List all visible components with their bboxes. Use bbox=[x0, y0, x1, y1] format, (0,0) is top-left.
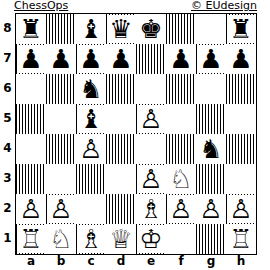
square-e6[interactable] bbox=[136, 74, 166, 104]
square-h3[interactable] bbox=[226, 164, 256, 194]
square-c2[interactable] bbox=[76, 194, 106, 224]
white-pawn: ♙ bbox=[197, 195, 224, 223]
square-a7[interactable]: ♟ bbox=[16, 44, 46, 74]
square-a5[interactable] bbox=[16, 104, 46, 134]
white-pawn: ♙ bbox=[17, 195, 44, 223]
white-king: ♔ bbox=[137, 225, 164, 253]
credit-link[interactable]: © EUdesign bbox=[191, 0, 257, 11]
square-h6[interactable] bbox=[226, 74, 256, 104]
square-c3[interactable] bbox=[76, 164, 106, 194]
square-d3[interactable] bbox=[106, 164, 136, 194]
black-king: ♚ bbox=[137, 15, 164, 43]
square-g5[interactable] bbox=[196, 104, 226, 134]
square-e4[interactable] bbox=[136, 134, 166, 164]
square-f8[interactable] bbox=[166, 14, 196, 44]
black-rook: ♜ bbox=[17, 15, 44, 43]
square-c1[interactable]: ♗ bbox=[76, 224, 106, 254]
black-knight: ♞ bbox=[197, 135, 224, 163]
white-bishop: ♗ bbox=[137, 195, 164, 223]
rank-label-6: 6 bbox=[0, 73, 15, 103]
rank-label-2: 2 bbox=[0, 193, 15, 223]
white-pawn: ♙ bbox=[137, 105, 164, 133]
square-b7[interactable]: ♟ bbox=[46, 44, 76, 74]
square-a1[interactable]: ♖ bbox=[16, 224, 46, 254]
square-b5[interactable] bbox=[46, 104, 76, 134]
file-label-f: f bbox=[166, 255, 196, 269]
square-a4[interactable] bbox=[16, 134, 46, 164]
square-h5[interactable] bbox=[226, 104, 256, 134]
black-pawn: ♟ bbox=[107, 45, 134, 73]
square-f5[interactable] bbox=[166, 104, 196, 134]
square-f3[interactable]: ♘ bbox=[166, 164, 196, 194]
square-d5[interactable] bbox=[106, 104, 136, 134]
square-c7[interactable]: ♟ bbox=[76, 44, 106, 74]
chessops-window: ChessOps © EUdesign 87654321 ♜♝♛♚♜♟♟♟♟♟♟… bbox=[0, 0, 270, 270]
square-a2[interactable]: ♙ bbox=[16, 194, 46, 224]
rank-label-3: 3 bbox=[0, 163, 15, 193]
file-labels: abcdefgh bbox=[16, 255, 256, 269]
black-knight: ♞ bbox=[77, 75, 104, 103]
black-bishop: ♝ bbox=[77, 105, 104, 133]
square-g2[interactable]: ♙ bbox=[196, 194, 226, 224]
square-a6[interactable] bbox=[16, 74, 46, 104]
square-g3[interactable] bbox=[196, 164, 226, 194]
white-bishop: ♗ bbox=[77, 225, 104, 253]
file-label-a: a bbox=[16, 255, 46, 269]
square-g8[interactable] bbox=[196, 14, 226, 44]
chess-board: ♜♝♛♚♜♟♟♟♟♟♟♟♞♝♙♙♞♙♘♙♙♗♙♙♙♖♘♗♕♔♖ bbox=[15, 13, 257, 255]
square-e5[interactable]: ♙ bbox=[136, 104, 166, 134]
square-d8[interactable]: ♛ bbox=[106, 14, 136, 44]
square-b6[interactable] bbox=[46, 74, 76, 104]
white-pawn: ♙ bbox=[227, 195, 254, 223]
square-b2[interactable]: ♙ bbox=[46, 194, 76, 224]
black-bishop: ♝ bbox=[77, 15, 104, 43]
square-b4[interactable] bbox=[46, 134, 76, 164]
square-d6[interactable] bbox=[106, 74, 136, 104]
square-h4[interactable] bbox=[226, 134, 256, 164]
square-e3[interactable]: ♙ bbox=[136, 164, 166, 194]
square-g6[interactable] bbox=[196, 74, 226, 104]
white-pawn: ♙ bbox=[137, 165, 164, 193]
header-bar: ChessOps © EUdesign bbox=[14, 0, 257, 13]
square-f2[interactable]: ♙ bbox=[166, 194, 196, 224]
square-d2[interactable] bbox=[106, 194, 136, 224]
file-label-e: e bbox=[136, 255, 166, 269]
file-label-h: h bbox=[226, 255, 256, 269]
black-pawn: ♟ bbox=[77, 45, 104, 73]
square-e8[interactable]: ♚ bbox=[136, 14, 166, 44]
square-c4[interactable]: ♙ bbox=[76, 134, 106, 164]
square-a8[interactable]: ♜ bbox=[16, 14, 46, 44]
rank-labels: 87654321 bbox=[0, 13, 15, 253]
rank-label-4: 4 bbox=[0, 133, 15, 163]
black-queen: ♛ bbox=[107, 15, 134, 43]
white-rook: ♖ bbox=[17, 225, 44, 253]
square-f7[interactable]: ♟ bbox=[166, 44, 196, 74]
square-b1[interactable]: ♘ bbox=[46, 224, 76, 254]
white-pawn: ♙ bbox=[167, 195, 194, 223]
square-f6[interactable] bbox=[166, 74, 196, 104]
square-g4[interactable]: ♞ bbox=[196, 134, 226, 164]
square-h1[interactable]: ♖ bbox=[226, 224, 256, 254]
file-label-g: g bbox=[196, 255, 226, 269]
black-pawn: ♟ bbox=[17, 45, 44, 73]
rank-label-1: 1 bbox=[0, 223, 15, 253]
black-rook: ♜ bbox=[227, 15, 254, 43]
square-h2[interactable]: ♙ bbox=[226, 194, 256, 224]
square-c8[interactable]: ♝ bbox=[76, 14, 106, 44]
square-e7[interactable] bbox=[136, 44, 166, 74]
white-knight: ♘ bbox=[167, 165, 194, 193]
rank-label-8: 8 bbox=[0, 13, 15, 43]
square-c6[interactable]: ♞ bbox=[76, 74, 106, 104]
white-rook: ♖ bbox=[227, 225, 254, 253]
square-d1[interactable]: ♕ bbox=[106, 224, 136, 254]
black-pawn: ♟ bbox=[167, 45, 194, 73]
file-label-c: c bbox=[76, 255, 106, 269]
square-d7[interactable]: ♟ bbox=[106, 44, 136, 74]
square-b8[interactable] bbox=[46, 14, 76, 44]
square-h7[interactable]: ♟ bbox=[226, 44, 256, 74]
square-g1[interactable] bbox=[196, 224, 226, 254]
file-label-b: b bbox=[46, 255, 76, 269]
square-e1[interactable]: ♔ bbox=[136, 224, 166, 254]
white-pawn: ♙ bbox=[77, 135, 104, 163]
square-f4[interactable] bbox=[166, 134, 196, 164]
app-title[interactable]: ChessOps bbox=[14, 0, 68, 11]
square-c5[interactable]: ♝ bbox=[76, 104, 106, 134]
rank-label-5: 5 bbox=[0, 103, 15, 133]
square-d4[interactable] bbox=[106, 134, 136, 164]
file-label-d: d bbox=[106, 255, 136, 269]
square-a3[interactable] bbox=[16, 164, 46, 194]
square-h8[interactable]: ♜ bbox=[226, 14, 256, 44]
square-g7[interactable]: ♟ bbox=[196, 44, 226, 74]
rank-label-7: 7 bbox=[0, 43, 15, 73]
black-pawn: ♟ bbox=[197, 45, 224, 73]
white-queen: ♕ bbox=[107, 225, 134, 253]
white-knight: ♘ bbox=[47, 225, 74, 253]
square-f1[interactable] bbox=[166, 224, 196, 254]
square-e2[interactable]: ♗ bbox=[136, 194, 166, 224]
black-pawn: ♟ bbox=[47, 45, 74, 73]
black-pawn: ♟ bbox=[227, 45, 254, 73]
square-b3[interactable] bbox=[46, 164, 76, 194]
white-pawn: ♙ bbox=[47, 195, 74, 223]
